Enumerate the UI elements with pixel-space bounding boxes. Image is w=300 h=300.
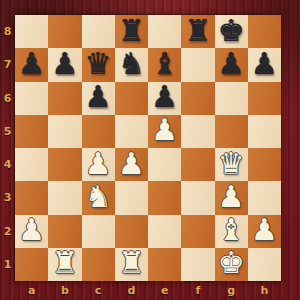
square-b3[interactable] bbox=[48, 181, 81, 214]
square-e4[interactable] bbox=[148, 148, 181, 181]
square-e7[interactable]: ♝ bbox=[148, 48, 181, 81]
rank-label-3: 3 bbox=[0, 181, 15, 214]
black-rook[interactable]: ♜ bbox=[184, 16, 211, 46]
square-a7[interactable]: ♟ bbox=[15, 48, 48, 81]
white-pawn[interactable]: ♟ bbox=[251, 215, 278, 245]
square-g4[interactable]: ♛ bbox=[215, 148, 248, 181]
black-king[interactable]: ♚ bbox=[218, 16, 245, 46]
square-c7[interactable]: ♛ bbox=[82, 48, 115, 81]
square-h2[interactable]: ♟ bbox=[248, 215, 281, 248]
square-c4[interactable]: ♟ bbox=[82, 148, 115, 181]
square-g3[interactable]: ♟ bbox=[215, 181, 248, 214]
square-g6[interactable] bbox=[215, 82, 248, 115]
square-f7[interactable] bbox=[181, 48, 214, 81]
white-queen[interactable]: ♛ bbox=[218, 149, 245, 179]
square-d8[interactable]: ♜ bbox=[115, 15, 148, 48]
black-knight[interactable]: ♞ bbox=[118, 49, 145, 79]
chess-diagram: ♜♜♚♟♟♛♞♝♟♟♟♟♟♟♟♛♞♟♟♝♟♜♜♚ 87654321abcdefg… bbox=[0, 0, 300, 300]
rank-label-2: 2 bbox=[0, 215, 15, 248]
square-b1[interactable]: ♜ bbox=[48, 248, 81, 281]
file-label-f: f bbox=[181, 281, 214, 300]
square-e8[interactable] bbox=[148, 15, 181, 48]
white-pawn[interactable]: ♟ bbox=[18, 215, 45, 245]
square-c5[interactable] bbox=[82, 115, 115, 148]
file-label-b: b bbox=[48, 281, 81, 300]
rank-label-8: 8 bbox=[0, 15, 15, 48]
square-g1[interactable]: ♚ bbox=[215, 248, 248, 281]
white-pawn[interactable]: ♟ bbox=[151, 115, 178, 145]
square-a3[interactable] bbox=[15, 181, 48, 214]
square-a6[interactable] bbox=[15, 82, 48, 115]
black-rook[interactable]: ♜ bbox=[118, 16, 145, 46]
rank-label-7: 7 bbox=[0, 48, 15, 81]
black-pawn[interactable]: ♟ bbox=[251, 49, 278, 79]
square-c1[interactable] bbox=[82, 248, 115, 281]
white-king[interactable]: ♚ bbox=[218, 248, 245, 278]
square-a5[interactable] bbox=[15, 115, 48, 148]
square-d2[interactable] bbox=[115, 215, 148, 248]
square-h6[interactable] bbox=[248, 82, 281, 115]
square-a4[interactable] bbox=[15, 148, 48, 181]
file-label-h: h bbox=[248, 281, 281, 300]
square-f6[interactable] bbox=[181, 82, 214, 115]
white-rook[interactable]: ♜ bbox=[118, 248, 145, 278]
chess-board: ♜♜♚♟♟♛♞♝♟♟♟♟♟♟♟♛♞♟♟♝♟♜♜♚ bbox=[15, 15, 281, 281]
file-label-e: e bbox=[148, 281, 181, 300]
square-b2[interactable] bbox=[48, 215, 81, 248]
square-d5[interactable] bbox=[115, 115, 148, 148]
black-pawn[interactable]: ♟ bbox=[151, 82, 178, 112]
square-e1[interactable] bbox=[148, 248, 181, 281]
square-f3[interactable] bbox=[181, 181, 214, 214]
square-c8[interactable] bbox=[82, 15, 115, 48]
white-pawn[interactable]: ♟ bbox=[118, 149, 145, 179]
file-label-g: g bbox=[215, 281, 248, 300]
square-e3[interactable] bbox=[148, 181, 181, 214]
square-h1[interactable] bbox=[248, 248, 281, 281]
square-b5[interactable] bbox=[48, 115, 81, 148]
square-g8[interactable]: ♚ bbox=[215, 15, 248, 48]
black-pawn[interactable]: ♟ bbox=[18, 49, 45, 79]
square-d4[interactable]: ♟ bbox=[115, 148, 148, 181]
square-c3[interactable]: ♞ bbox=[82, 181, 115, 214]
square-f5[interactable] bbox=[181, 115, 214, 148]
square-h5[interactable] bbox=[248, 115, 281, 148]
square-f8[interactable]: ♜ bbox=[181, 15, 214, 48]
rank-label-1: 1 bbox=[0, 248, 15, 281]
square-c2[interactable] bbox=[82, 215, 115, 248]
square-b7[interactable]: ♟ bbox=[48, 48, 81, 81]
square-a8[interactable] bbox=[15, 15, 48, 48]
square-d6[interactable] bbox=[115, 82, 148, 115]
square-h8[interactable] bbox=[248, 15, 281, 48]
black-bishop[interactable]: ♝ bbox=[151, 49, 178, 79]
square-a2[interactable]: ♟ bbox=[15, 215, 48, 248]
square-c6[interactable]: ♟ bbox=[82, 82, 115, 115]
square-e5[interactable]: ♟ bbox=[148, 115, 181, 148]
square-f4[interactable] bbox=[181, 148, 214, 181]
file-label-c: c bbox=[82, 281, 115, 300]
white-bishop[interactable]: ♝ bbox=[218, 215, 245, 245]
rank-label-4: 4 bbox=[0, 148, 15, 181]
black-pawn[interactable]: ♟ bbox=[85, 82, 112, 112]
square-h4[interactable] bbox=[248, 148, 281, 181]
file-label-a: a bbox=[15, 281, 48, 300]
square-h7[interactable]: ♟ bbox=[248, 48, 281, 81]
rank-label-6: 6 bbox=[0, 82, 15, 115]
square-f2[interactable] bbox=[181, 215, 214, 248]
white-pawn[interactable]: ♟ bbox=[218, 182, 245, 212]
white-knight[interactable]: ♞ bbox=[85, 182, 112, 212]
square-d7[interactable]: ♞ bbox=[115, 48, 148, 81]
file-label-d: d bbox=[115, 281, 148, 300]
black-pawn[interactable]: ♟ bbox=[218, 49, 245, 79]
square-h3[interactable] bbox=[248, 181, 281, 214]
square-e2[interactable] bbox=[148, 215, 181, 248]
square-b6[interactable] bbox=[48, 82, 81, 115]
white-pawn[interactable]: ♟ bbox=[85, 149, 112, 179]
rank-label-5: 5 bbox=[0, 115, 15, 148]
black-queen[interactable]: ♛ bbox=[85, 49, 112, 79]
square-b8[interactable] bbox=[48, 15, 81, 48]
square-d3[interactable] bbox=[115, 181, 148, 214]
square-d1[interactable]: ♜ bbox=[115, 248, 148, 281]
square-e6[interactable]: ♟ bbox=[148, 82, 181, 115]
square-b4[interactable] bbox=[48, 148, 81, 181]
square-f1[interactable] bbox=[181, 248, 214, 281]
square-g7[interactable]: ♟ bbox=[215, 48, 248, 81]
black-pawn[interactable]: ♟ bbox=[51, 49, 78, 79]
square-g2[interactable]: ♝ bbox=[215, 215, 248, 248]
square-a1[interactable] bbox=[15, 248, 48, 281]
white-rook[interactable]: ♜ bbox=[51, 248, 78, 278]
square-g5[interactable] bbox=[215, 115, 248, 148]
